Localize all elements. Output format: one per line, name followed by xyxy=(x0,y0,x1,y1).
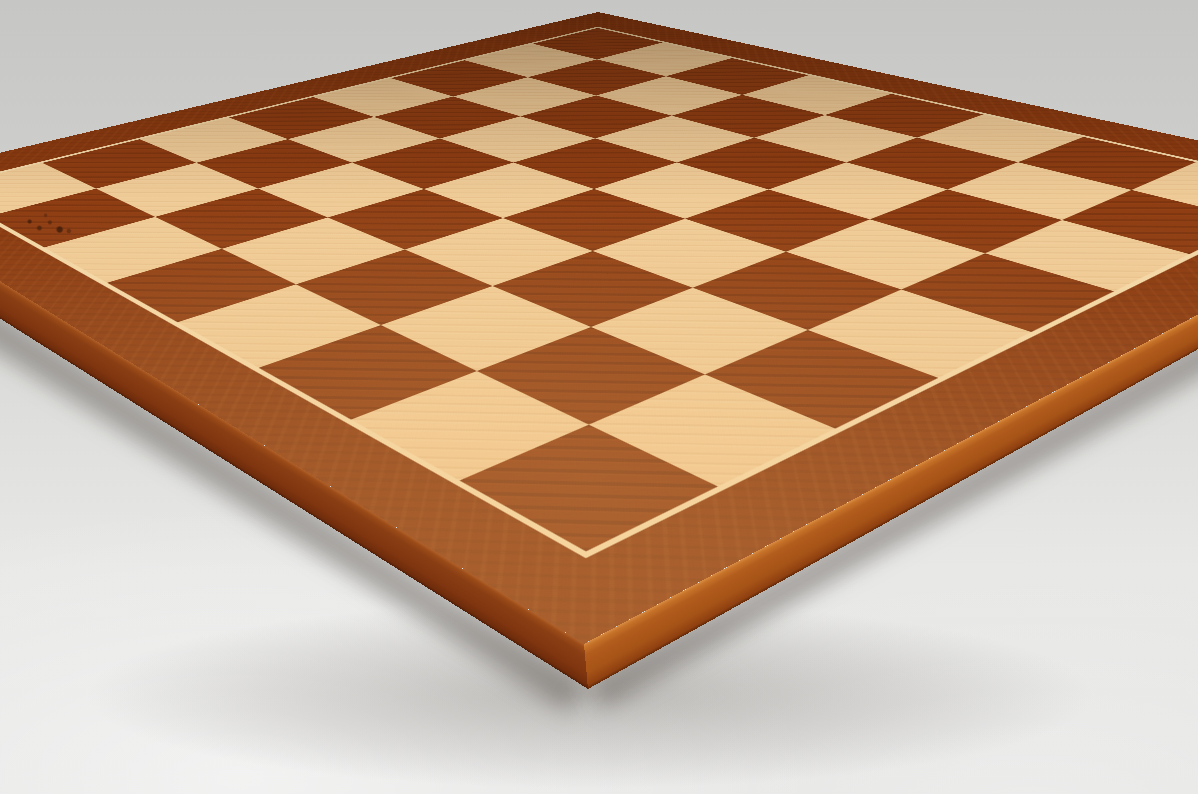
chess-board xyxy=(0,12,1198,644)
makers-stamp-icon xyxy=(23,206,76,241)
studio-scene xyxy=(0,0,1198,794)
maple-pinstripe-inlay xyxy=(0,27,1198,559)
